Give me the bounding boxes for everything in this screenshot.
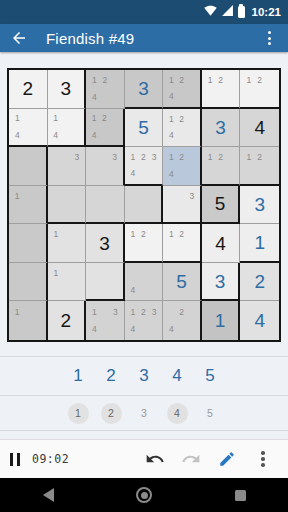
redo-icon[interactable] bbox=[176, 444, 206, 474]
cell-r4c0[interactable] bbox=[9, 224, 48, 263]
pencil-marks: 12 bbox=[166, 226, 197, 259]
cell-signal-icon bbox=[221, 3, 234, 21]
pencil-marks: 124 bbox=[166, 149, 197, 183]
user-digit: 4 bbox=[254, 311, 265, 330]
battery-icon bbox=[238, 6, 245, 18]
pencil-marks: 12 bbox=[243, 149, 276, 182]
cell-r1c6[interactable]: 4 bbox=[240, 109, 279, 148]
undo-icon[interactable] bbox=[140, 444, 170, 474]
status-bar: 10:21 bbox=[0, 0, 288, 24]
cell-r0c5[interactable]: 12 bbox=[202, 70, 241, 109]
pencil-marks: 14 bbox=[51, 111, 82, 144]
overflow-menu-icon[interactable] bbox=[256, 25, 282, 51]
game-timer: 09:02 bbox=[32, 452, 69, 466]
back-arrow-icon[interactable] bbox=[6, 25, 32, 51]
given-digit: 3 bbox=[99, 234, 110, 253]
pencil-marks: 12 bbox=[243, 72, 276, 105]
pencil-marks: 124 bbox=[166, 72, 197, 105]
cell-r4c1[interactable]: 1 bbox=[48, 224, 87, 263]
cell-r5c6[interactable]: 2 bbox=[240, 263, 279, 302]
numpad-pencil-digit-3[interactable]: 3 bbox=[128, 403, 161, 424]
numpad-digit-3[interactable]: 3 bbox=[128, 366, 161, 386]
cell-r2c3[interactable]: 1234 bbox=[125, 147, 164, 186]
pencil-marks: 124 bbox=[89, 111, 120, 144]
numpad-digit-4[interactable]: 4 bbox=[161, 366, 194, 386]
cell-r3c6[interactable]: 3 bbox=[240, 186, 279, 225]
cell-r0c2[interactable]: 124 bbox=[86, 70, 125, 109]
cell-r5c4[interactable]: 5 bbox=[163, 263, 202, 302]
cell-r3c5[interactable]: 5 bbox=[202, 186, 241, 225]
status-time: 10:21 bbox=[252, 6, 281, 18]
numpad-pencil-digit-1[interactable]: 1 bbox=[62, 403, 95, 424]
nav-home-icon bbox=[136, 487, 152, 503]
nav-back-icon bbox=[43, 488, 54, 502]
cell-r1c0[interactable]: 14 bbox=[9, 109, 48, 148]
numpad-digit-5[interactable]: 5 bbox=[194, 366, 227, 386]
cell-r1c2[interactable]: 124 bbox=[86, 109, 125, 148]
cell-r1c4[interactable]: 124 bbox=[163, 109, 202, 148]
wifi-icon bbox=[204, 3, 217, 21]
pause-icon[interactable] bbox=[10, 453, 20, 466]
cell-r2c2[interactable]: 3 bbox=[86, 147, 125, 186]
pencil-marks: 24 bbox=[166, 303, 197, 338]
pencil-marks: 1234 bbox=[128, 149, 160, 182]
pencil-marks: 3 bbox=[89, 149, 120, 183]
user-digit: 3 bbox=[215, 272, 226, 291]
cell-r1c1[interactable]: 14 bbox=[48, 109, 87, 148]
cell-r2c6[interactable]: 12 bbox=[240, 147, 279, 186]
number-pad: 12345 12345 bbox=[0, 356, 288, 431]
android-nav-bar bbox=[0, 478, 288, 512]
pencil-marks: 12 bbox=[128, 226, 160, 259]
user-digit: 5 bbox=[138, 118, 149, 137]
pencil-marks: 12 bbox=[205, 72, 237, 105]
numpad-pencil-digit-2[interactable]: 2 bbox=[95, 403, 128, 424]
cell-r6c2[interactable]: 134 bbox=[86, 301, 125, 340]
pencil-marks: 1234 bbox=[128, 303, 160, 338]
numpad-main-row: 12345 bbox=[0, 356, 288, 395]
cell-r3c4[interactable]: 3 bbox=[163, 186, 202, 225]
cell-r0c3[interactable]: 3 bbox=[125, 70, 164, 109]
nav-home-button[interactable] bbox=[96, 487, 192, 503]
pencil-marks: 124 bbox=[166, 111, 197, 145]
cell-r5c2[interactable] bbox=[86, 263, 125, 302]
pencil-marks: 3 bbox=[51, 149, 83, 183]
toolbar-overflow-icon[interactable] bbox=[248, 444, 278, 474]
pencil-marks: 1 bbox=[12, 303, 43, 338]
pencil-marks: 3 bbox=[166, 188, 197, 221]
cell-r0c6[interactable]: 12 bbox=[240, 70, 279, 109]
user-digit: 1 bbox=[215, 311, 226, 330]
given-digit: 4 bbox=[215, 234, 226, 253]
pencil-mode-icon[interactable] bbox=[212, 444, 242, 474]
numpad-digit-2[interactable]: 2 bbox=[95, 366, 128, 386]
cell-r0c0[interactable]: 2 bbox=[9, 70, 48, 109]
user-digit: 3 bbox=[254, 195, 265, 214]
given-digit: 3 bbox=[61, 79, 72, 98]
cell-r4c3[interactable]: 12 bbox=[125, 224, 164, 263]
cell-r6c4[interactable]: 24 bbox=[163, 301, 202, 340]
app-bar: Fiendish #49 bbox=[0, 24, 288, 52]
suguru-board: 2312431241212141412451243433123412412121… bbox=[7, 68, 281, 342]
cell-r6c1[interactable]: 2 bbox=[48, 301, 87, 340]
cell-r3c1[interactable] bbox=[48, 186, 87, 225]
cell-r4c5[interactable]: 4 bbox=[202, 224, 241, 263]
cell-r1c5[interactable]: 3 bbox=[202, 109, 241, 148]
nav-recents-icon bbox=[235, 490, 246, 501]
user-digit: 2 bbox=[254, 272, 265, 291]
cell-r6c3[interactable]: 1234 bbox=[125, 301, 164, 340]
user-digit: 3 bbox=[215, 118, 226, 137]
pencil-marks: 124 bbox=[89, 72, 121, 106]
pencil-marks: 12 bbox=[205, 149, 237, 182]
cell-r1c3[interactable]: 5 bbox=[125, 109, 164, 148]
cell-r3c0[interactable]: 1 bbox=[9, 186, 48, 225]
cell-r6c5[interactable]: 1 bbox=[202, 301, 241, 340]
pencil-marks: 1 bbox=[51, 226, 83, 260]
cell-r6c0[interactable]: 1 bbox=[9, 301, 48, 340]
cell-r4c4[interactable]: 12 bbox=[163, 224, 202, 263]
nav-recents-button[interactable] bbox=[192, 490, 288, 501]
pencil-marks: 134 bbox=[89, 303, 121, 338]
pencil-marks: 1 bbox=[51, 265, 83, 299]
pencil-marks: 1 bbox=[12, 188, 43, 222]
given-digit: 2 bbox=[61, 311, 72, 330]
numpad-pencil-row: 12345 bbox=[0, 395, 288, 431]
cell-r4c6[interactable]: 1 bbox=[240, 224, 279, 263]
nav-back-button[interactable] bbox=[0, 488, 96, 502]
cell-r0c1[interactable]: 3 bbox=[48, 70, 87, 109]
cell-r4c2[interactable]: 3 bbox=[86, 224, 125, 263]
cell-r5c3[interactable]: 4 bbox=[125, 263, 164, 302]
cell-r0c4[interactable]: 124 bbox=[163, 70, 202, 109]
numpad-pencil-digit-5[interactable]: 5 bbox=[194, 403, 227, 424]
given-digit: 2 bbox=[22, 79, 33, 98]
user-digit: 3 bbox=[138, 79, 149, 98]
cell-r5c1[interactable]: 1 bbox=[48, 263, 87, 302]
numpad-digit-1[interactable]: 1 bbox=[62, 366, 95, 386]
content-area: 2312431241212141412451243433123412412121… bbox=[0, 52, 288, 439]
cell-r2c5[interactable]: 12 bbox=[202, 147, 241, 186]
app-screen: 10:21 Fiendish #49 231243124121214141245… bbox=[0, 0, 288, 512]
user-digit: 5 bbox=[176, 272, 187, 291]
cell-r5c0[interactable] bbox=[9, 263, 48, 302]
pencil-marks: 14 bbox=[12, 111, 44, 144]
cell-r2c1[interactable]: 3 bbox=[48, 147, 87, 186]
cell-r2c4[interactable]: 124 bbox=[163, 147, 202, 186]
cell-r2c0[interactable] bbox=[9, 147, 48, 186]
cell-r3c3[interactable] bbox=[125, 186, 164, 225]
given-digit: 5 bbox=[215, 194, 226, 213]
bottom-toolbar: 09:02 bbox=[0, 439, 288, 478]
pencil-marks: 4 bbox=[128, 265, 160, 299]
page-title: Fiendish #49 bbox=[46, 30, 134, 47]
user-digit: 1 bbox=[254, 233, 265, 252]
cell-r5c5[interactable]: 3 bbox=[202, 263, 241, 302]
cell-r6c6[interactable]: 4 bbox=[240, 301, 279, 340]
numpad-pencil-digit-4[interactable]: 4 bbox=[161, 403, 194, 424]
cell-r3c2[interactable] bbox=[86, 186, 125, 225]
given-digit: 4 bbox=[254, 118, 265, 137]
